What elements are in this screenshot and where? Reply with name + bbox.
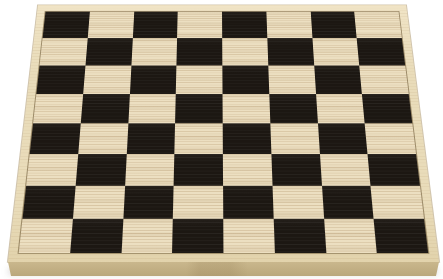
- square-r6c7[interactable]: [319, 154, 370, 186]
- square-r4c8[interactable]: [362, 94, 412, 123]
- square-r3c5[interactable]: [222, 65, 269, 93]
- square-r6c6[interactable]: [271, 154, 321, 186]
- square-r8c7[interactable]: [324, 219, 377, 253]
- square-r3c6[interactable]: [268, 65, 316, 93]
- square-r7c6[interactable]: [272, 186, 323, 219]
- square-r7c3[interactable]: [123, 186, 174, 219]
- square-r5c3[interactable]: [126, 123, 175, 154]
- square-r5c2[interactable]: [78, 123, 128, 154]
- square-r6c4[interactable]: [174, 154, 223, 186]
- square-r6c8[interactable]: [368, 154, 420, 186]
- square-r1c3[interactable]: [132, 12, 178, 38]
- square-r5c6[interactable]: [270, 123, 319, 154]
- square-r2c6[interactable]: [267, 38, 314, 65]
- square-r3c8[interactable]: [359, 65, 408, 93]
- square-r2c4[interactable]: [177, 38, 223, 65]
- square-r2c2[interactable]: [85, 38, 132, 65]
- square-r3c3[interactable]: [129, 65, 176, 93]
- square-r6c5[interactable]: [223, 154, 272, 186]
- square-r4c7[interactable]: [316, 94, 365, 123]
- square-r7c8[interactable]: [371, 186, 424, 219]
- square-r6c3[interactable]: [125, 154, 175, 186]
- square-r6c2[interactable]: [75, 154, 126, 186]
- square-r3c2[interactable]: [83, 65, 131, 93]
- square-r2c5[interactable]: [222, 38, 268, 65]
- board-photo: [0, 0, 443, 279]
- square-r2c8[interactable]: [357, 38, 405, 65]
- square-r5c1[interactable]: [30, 123, 81, 154]
- square-r8c6[interactable]: [273, 219, 325, 253]
- square-r1c2[interactable]: [87, 12, 133, 38]
- square-r3c1[interactable]: [36, 65, 85, 93]
- square-r4c4[interactable]: [175, 94, 222, 123]
- square-r1c4[interactable]: [177, 12, 222, 38]
- square-r4c3[interactable]: [128, 94, 176, 123]
- square-r7c2[interactable]: [73, 186, 125, 219]
- square-r7c1[interactable]: [23, 186, 76, 219]
- square-r4c2[interactable]: [81, 94, 130, 123]
- square-r2c7[interactable]: [312, 38, 359, 65]
- board-grid: [19, 12, 429, 253]
- square-r5c8[interactable]: [365, 123, 416, 154]
- square-r4c5[interactable]: [223, 94, 271, 123]
- square-r8c5[interactable]: [223, 219, 274, 253]
- square-r3c7[interactable]: [314, 65, 362, 93]
- square-r5c4[interactable]: [175, 123, 223, 154]
- square-r6c1[interactable]: [26, 154, 78, 186]
- square-r4c1[interactable]: [33, 94, 83, 123]
- square-r2c3[interactable]: [131, 38, 177, 65]
- square-r7c7[interactable]: [321, 186, 373, 219]
- square-r8c4[interactable]: [172, 219, 223, 253]
- square-r1c1[interactable]: [43, 12, 90, 38]
- square-r5c5[interactable]: [223, 123, 271, 154]
- square-r4c6[interactable]: [269, 94, 317, 123]
- square-r8c3[interactable]: [121, 219, 173, 253]
- square-r1c6[interactable]: [266, 12, 312, 38]
- square-r1c7[interactable]: [310, 12, 357, 38]
- square-r7c4[interactable]: [173, 186, 223, 219]
- square-r1c5[interactable]: [222, 12, 267, 38]
- square-r2c1[interactable]: [40, 38, 88, 65]
- square-r8c8[interactable]: [374, 219, 428, 253]
- board-frame: [8, 5, 439, 262]
- square-r8c1[interactable]: [19, 219, 73, 253]
- square-r7c5[interactable]: [223, 186, 273, 219]
- square-r3c4[interactable]: [176, 65, 223, 93]
- square-r8c2[interactable]: [70, 219, 123, 253]
- square-r1c8[interactable]: [354, 12, 401, 38]
- square-r5c7[interactable]: [317, 123, 367, 154]
